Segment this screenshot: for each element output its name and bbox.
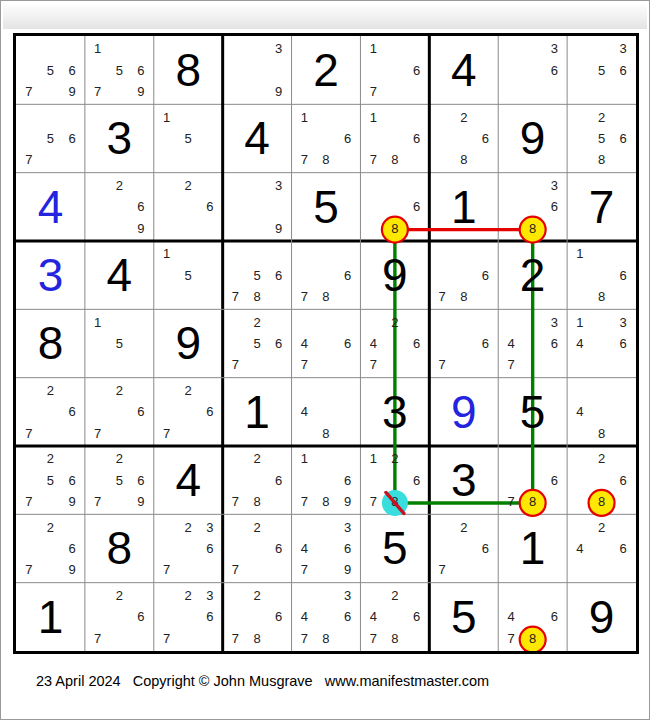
candidate-r8c7-3 [475,516,497,537]
candidate-r4c3-6 [199,264,221,285]
candidate-r5c7-4 [431,333,453,354]
candidates-r5c7: 67 [429,309,498,377]
candidate-r1c6-1: 1 [362,38,384,59]
candidate-r8c4-5 [246,538,268,559]
cell-r9c9[interactable]: 9 [567,583,636,651]
candidate-r3c8-9 [543,218,565,239]
candidate-r5c6-2: 2 [384,311,406,332]
candidate-r7c2-5: 5 [109,469,131,490]
candidate-r8c3-1 [156,516,178,537]
candidate-r7c6-7: 7 [362,491,384,512]
candidate-r7c5-5 [315,469,337,490]
candidate-r8c1-6: 6 [61,538,83,559]
cell-r2c4[interactable]: 4 [223,104,292,172]
cell-r9c7[interactable]: 5 [429,583,498,651]
candidate-r3c6-6: 6 [406,196,428,217]
candidate-r1c4-9: 9 [268,81,290,102]
candidate-r5c7-7: 7 [431,354,453,375]
cell-r8c5[interactable]: 34679 [292,514,361,582]
candidate-r7c4-8: 8 [246,491,268,512]
candidate-r6c3-8 [177,423,199,444]
cell-r4c9[interactable]: 168 [567,241,636,309]
cell-r6c2[interactable]: 267 [85,378,154,446]
cell-r7c7[interactable]: 3 [429,446,498,514]
cell-r6c9[interactable]: 48 [567,378,636,446]
candidate-r1c9-4 [569,59,591,80]
cell-r5c7[interactable]: 67 [429,309,498,377]
candidate-r7c4-3 [268,448,290,469]
candidate-r5c5-8 [315,354,337,375]
candidates-r7c6: 12678 [360,446,429,514]
candidate-r1c4-7 [225,81,247,102]
cell-r8c7[interactable]: 267 [429,514,498,582]
candidate-r4c7-5 [453,264,475,285]
candidate-r1c6-3 [406,38,428,59]
candidates-r5c5: 467 [292,309,361,377]
cell-r6c8[interactable]: 5 [498,378,567,446]
candidate-r9c4-3 [268,585,290,606]
candidate-r2c9-2: 2 [591,106,613,127]
cell-r3c7[interactable]: 1 [429,173,498,241]
candidate-r7c9-3 [612,448,634,469]
candidate-r5c5-2 [315,311,337,332]
candidate-r2c9-5: 5 [591,128,613,149]
candidate-r6c1-9 [61,423,83,444]
digit-r4c6: 9 [382,252,408,298]
cell-r7c8[interactable]: 678 [498,446,567,514]
candidates-r6c1: 267 [16,378,85,446]
candidate-r5c8-1 [500,311,522,332]
candidate-r7c1-1 [18,448,40,469]
cell-r7c9[interactable]: 268 [567,446,636,514]
candidates-r1c2: 15679 [85,36,154,104]
candidate-r2c9-7 [569,149,591,170]
candidate-r8c3-6: 6 [199,538,221,559]
cell-r5c6[interactable]: 2467 [360,309,429,377]
candidate-r2c5-1: 1 [294,106,316,127]
candidate-r9c6-9 [406,628,428,649]
candidate-r4c9-5 [591,264,613,285]
cell-r9c4[interactable]: 2678 [223,583,292,651]
digit-r7c3: 4 [175,457,201,503]
candidate-r6c3-2: 2 [177,380,199,401]
cell-r8c3[interactable]: 2367 [154,514,223,582]
cell-r8c1[interactable]: 2679 [16,514,85,582]
candidate-r7c9-7 [569,491,591,512]
candidate-r1c1-5: 5 [40,59,62,80]
cell-r4c6[interactable]: 9 [360,241,429,309]
candidate-r8c7-2: 2 [453,516,475,537]
candidate-r9c6-2: 2 [384,585,406,606]
candidate-r5c6-5 [384,333,406,354]
candidate-r6c9-7 [569,423,591,444]
candidate-r7c9-2: 2 [591,448,613,469]
cell-r9c3[interactable]: 2367 [154,583,223,651]
cell-r4c3[interactable]: 15 [154,241,223,309]
candidate-r7c8-2 [522,448,544,469]
candidate-r9c4-9 [268,628,290,649]
candidate-r6c5-3 [337,380,359,401]
cell-r9c1[interactable]: 1 [16,583,85,651]
cell-r1c5[interactable]: 2 [292,36,361,104]
cell-r6c7[interactable]: 9 [429,378,498,446]
candidate-r6c2-2: 2 [109,380,131,401]
candidate-r1c6-4 [362,59,384,80]
cell-r8c2[interactable]: 8 [85,514,154,582]
candidate-r8c5-1 [294,516,316,537]
cell-r8c8[interactable]: 1 [498,514,567,582]
candidate-r2c6-2 [384,106,406,127]
candidate-r1c4-4 [225,59,247,80]
candidate-r4c9-7 [569,286,591,307]
candidate-r1c6-7: 7 [362,81,384,102]
candidate-r5c6-4: 4 [362,333,384,354]
candidate-r5c7-2 [453,311,475,332]
candidate-r5c9-1: 1 [569,311,591,332]
candidate-r2c7-3 [475,106,497,127]
candidate-r7c6-3 [406,448,428,469]
cell-r6c5[interactable]: 48 [292,378,361,446]
footer-copyright: Copyright © John Musgrave [133,673,313,689]
candidate-r3c6-5 [384,196,406,217]
candidate-r9c5-4: 4 [294,606,316,627]
digit-r4c1: 3 [38,252,64,298]
cell-r3c5[interactable]: 5 [292,173,361,241]
candidates-r5c6: 2467 [360,309,429,377]
candidate-r1c8-6: 6 [543,59,565,80]
candidate-r5c4-2: 2 [246,311,268,332]
candidate-r8c1-3 [61,516,83,537]
candidate-r9c2-9 [130,628,152,649]
candidate-r7c5-3 [337,448,359,469]
candidate-r7c1-2: 2 [40,448,62,469]
cell-r7c2[interactable]: 25679 [85,446,154,514]
candidate-r2c1-3 [61,106,83,127]
digit-r4c8: 2 [520,252,546,298]
candidate-r4c3-4 [156,264,178,285]
candidate-r8c3-8 [177,559,199,580]
cell-r9c2[interactable]: 267 [85,583,154,651]
candidate-r1c1-8 [40,81,62,102]
candidate-r6c2-6: 6 [130,401,152,422]
candidate-r8c7-8 [453,559,475,580]
candidate-r3c6-4 [362,196,384,217]
cell-r1c2[interactable]: 15679 [85,36,154,104]
cell-r4c1[interactable]: 3 [16,241,85,309]
cell-r3c9[interactable]: 7 [567,173,636,241]
candidate-r3c4-7 [225,218,247,239]
candidate-r6c9-5 [591,401,613,422]
candidate-r5c8-9 [543,354,565,375]
candidate-r7c5-9: 9 [337,491,359,512]
candidate-r9c6-5 [384,606,406,627]
candidate-r9c2-1 [87,585,109,606]
candidate-r5c4-3 [268,311,290,332]
candidate-r8c1-8 [40,559,62,580]
footer-website-link[interactable]: www.manifestmaster.com [325,673,489,689]
candidate-r9c8-6: 6 [543,606,565,627]
cell-r2c2[interactable]: 3 [85,104,154,172]
cell-r1c8[interactable]: 36 [498,36,567,104]
candidate-r4c3-2 [177,243,199,264]
candidate-r2c1-6: 6 [61,128,83,149]
candidates-r9c6: 24678 [360,583,429,651]
footer: 23 April 2024 Copyright © John Musgrave … [36,673,489,689]
candidate-r3c6-8: 8 [384,218,406,239]
candidate-r7c4-5 [246,469,268,490]
candidate-r7c8-3 [543,448,565,469]
cell-r6c1[interactable]: 267 [16,378,85,446]
candidate-r3c2-6: 6 [130,196,152,217]
digit-r5c3: 9 [175,320,201,366]
candidate-r9c5-2 [315,585,337,606]
candidate-r5c2-3 [130,311,152,332]
candidates-r7c8: 678 [498,446,567,514]
candidate-r2c6-3 [406,106,428,127]
candidate-r2c3-1: 1 [156,106,178,127]
candidate-r9c6-8: 8 [384,628,406,649]
candidate-r4c4-5: 5 [246,264,268,285]
candidates-r5c9: 1346 [567,309,636,377]
cell-r3c6[interactable]: 68 [360,173,429,241]
cell-r4c2[interactable]: 4 [85,241,154,309]
candidate-r7c9-6: 6 [612,469,634,490]
cell-r9c8[interactable]: 4678 [498,583,567,651]
footer-gap2 [313,673,325,689]
candidate-r8c4-6: 6 [268,538,290,559]
cell-r6c6[interactable]: 3 [360,378,429,446]
candidate-r3c2-8 [109,218,131,239]
candidate-r9c3-3: 3 [199,585,221,606]
candidates-r2c3: 15 [154,104,223,172]
candidate-r6c9-4: 4 [569,401,591,422]
candidate-r1c8-7 [500,81,522,102]
cell-r3c4[interactable]: 39 [223,173,292,241]
candidates-r6c9: 48 [567,378,636,446]
candidate-r7c4-2: 2 [246,448,268,469]
footer-gap1 [121,673,133,689]
candidate-r9c2-8 [109,628,131,649]
cell-r4c7[interactable]: 678 [429,241,498,309]
candidate-r2c6-6: 6 [406,128,428,149]
candidate-r5c5-1 [294,311,316,332]
candidates-r9c2: 267 [85,583,154,651]
candidate-r1c8-1 [500,38,522,59]
candidate-r2c3-3 [199,106,221,127]
candidate-r4c5-1 [294,243,316,264]
candidate-r3c3-1 [156,175,178,196]
candidate-r1c1-6: 6 [61,59,83,80]
digit-r6c7: 9 [451,389,477,435]
candidate-r1c9-9 [612,81,634,102]
candidates-r4c5: 678 [292,241,361,309]
cell-r1c9[interactable]: 356 [567,36,636,104]
cell-r5c5[interactable]: 467 [292,309,361,377]
candidate-r2c7-1 [431,106,453,127]
candidate-r6c5-5 [315,401,337,422]
candidate-r8c4-3 [268,516,290,537]
candidate-r8c3-4 [156,538,178,559]
candidate-r4c9-1: 1 [569,243,591,264]
cell-r2c5[interactable]: 1678 [292,104,361,172]
candidate-r7c5-4 [294,469,316,490]
cell-r7c4[interactable]: 2678 [223,446,292,514]
cell-r7c5[interactable]: 16789 [292,446,361,514]
cell-r9c6[interactable]: 24678 [360,583,429,651]
candidates-r5c2: 15 [85,309,154,377]
candidate-r4c5-4 [294,264,316,285]
digit-r9c1: 1 [38,594,64,640]
candidate-r9c3-1 [156,585,178,606]
candidate-r3c6-9 [406,218,428,239]
candidate-r3c6-2 [384,175,406,196]
cell-r1c4[interactable]: 39 [223,36,292,104]
cell-r2c3[interactable]: 15 [154,104,223,172]
cell-r3c8[interactable]: 368 [498,173,567,241]
cell-r9c5[interactable]: 34678 [292,583,361,651]
cell-r4c4[interactable]: 5678 [223,241,292,309]
candidate-r2c9-9 [612,149,634,170]
cell-r3c3[interactable]: 26 [154,173,223,241]
candidate-r5c9-2 [591,311,613,332]
cell-r7c3[interactable]: 4 [154,446,223,514]
cell-r2c1[interactable]: 567 [16,104,85,172]
candidate-r1c1-9: 9 [61,81,83,102]
cell-r8c6[interactable]: 5 [360,514,429,582]
candidate-r1c1-2 [40,38,62,59]
cell-r2c7[interactable]: 268 [429,104,498,172]
digit-r8c2: 8 [107,525,133,571]
candidates-r3c3: 26 [154,173,223,241]
candidate-r2c1-9 [61,149,83,170]
candidate-r1c6-8 [384,81,406,102]
cell-r2c8[interactable]: 9 [498,104,567,172]
candidate-r3c4-1 [225,175,247,196]
cell-r5c4[interactable]: 2567 [223,309,292,377]
candidate-r5c7-5 [453,333,475,354]
cell-r7c6[interactable]: 12678 [360,446,429,514]
cell-r5c3[interactable]: 9 [154,309,223,377]
cell-r5c8[interactable]: 3467 [498,309,567,377]
candidate-r7c2-9: 9 [130,491,152,512]
candidate-r8c9-6: 6 [612,538,634,559]
candidate-r1c9-7 [569,81,591,102]
candidate-r2c9-8: 8 [591,149,613,170]
candidate-r6c2-7: 7 [87,423,109,444]
candidate-r3c4-2 [246,175,268,196]
candidate-r4c4-4 [225,264,247,285]
candidate-r5c4-1 [225,311,247,332]
candidate-r5c5-4: 4 [294,333,316,354]
candidate-r9c5-9 [337,628,359,649]
candidate-r4c5-2 [315,243,337,264]
cell-r6c3[interactable]: 267 [154,378,223,446]
cell-r4c5[interactable]: 678 [292,241,361,309]
candidate-r4c3-7 [156,286,178,307]
cell-r4c8[interactable]: 2 [498,241,567,309]
cell-r7c1[interactable]: 25679 [16,446,85,514]
digit-r8c8: 1 [520,525,546,571]
candidate-r9c2-7: 7 [87,628,109,649]
candidate-r3c3-9 [199,218,221,239]
cell-r1c3[interactable]: 8 [154,36,223,104]
candidate-r8c7-5 [453,538,475,559]
candidate-r5c9-6: 6 [612,333,634,354]
candidate-r8c7-9 [475,559,497,580]
digit-r4c2: 4 [107,252,133,298]
candidate-r2c9-4 [569,128,591,149]
candidate-r6c5-1 [294,380,316,401]
candidate-r4c3-3 [199,243,221,264]
candidate-r1c1-3 [61,38,83,59]
candidate-r6c5-2 [315,380,337,401]
candidate-r1c2-4 [87,59,109,80]
cell-r1c7[interactable]: 4 [429,36,498,104]
cell-r1c1[interactable]: 5679 [16,36,85,104]
candidate-r3c2-5 [109,196,131,217]
candidate-r1c2-3 [130,38,152,59]
candidate-r6c2-9 [130,423,152,444]
digit-r9c9: 9 [589,594,615,640]
candidates-r4c4: 5678 [223,241,292,309]
cell-r2c6[interactable]: 1678 [360,104,429,172]
candidate-r7c6-5 [384,469,406,490]
candidate-r7c8-1 [500,448,522,469]
cell-r1c6[interactable]: 167 [360,36,429,104]
cell-r3c2[interactable]: 269 [85,173,154,241]
candidate-r5c9-4: 4 [569,333,591,354]
candidate-r2c1-2 [40,106,62,127]
candidate-r5c5-5 [315,333,337,354]
candidate-r8c4-4 [225,538,247,559]
cell-r5c9[interactable]: 1346 [567,309,636,377]
candidate-r3c4-4 [225,196,247,217]
candidate-r8c9-2: 2 [591,516,613,537]
candidates-r2c6: 1678 [360,104,429,172]
candidate-r1c2-9: 9 [130,81,152,102]
candidate-r5c6-1 [362,311,384,332]
cell-r8c9[interactable]: 246 [567,514,636,582]
candidates-r2c9: 2568 [567,104,636,172]
candidate-r3c4-3: 3 [268,175,290,196]
candidate-r3c3-8 [177,218,199,239]
digit-r6c8: 5 [520,389,546,435]
candidate-r7c1-9: 9 [61,491,83,512]
candidate-r5c2-7 [87,354,109,375]
candidate-r5c8-3: 3 [543,311,565,332]
candidate-r8c5-6: 6 [337,538,359,559]
candidate-r7c9-4 [569,469,591,490]
cell-r2c9[interactable]: 2568 [567,104,636,172]
cell-r6c4[interactable]: 1 [223,378,292,446]
candidate-r6c3-9 [199,423,221,444]
candidate-r9c3-6: 6 [199,606,221,627]
candidate-r2c5-5 [315,128,337,149]
candidates-r7c9: 268 [567,446,636,514]
cell-r8c4[interactable]: 267 [223,514,292,582]
candidate-r9c2-6: 6 [130,606,152,627]
candidate-r2c1-7: 7 [18,149,40,170]
candidate-r9c2-3 [130,585,152,606]
candidate-r5c5-3 [337,311,359,332]
cell-r3c1[interactable]: 4 [16,173,85,241]
candidate-r8c4-7: 7 [225,559,247,580]
candidate-r8c7-6: 6 [475,538,497,559]
candidate-r4c4-9 [268,286,290,307]
cell-r5c2[interactable]: 15 [85,309,154,377]
candidate-r2c6-5 [384,128,406,149]
cell-r5c1[interactable]: 8 [16,309,85,377]
